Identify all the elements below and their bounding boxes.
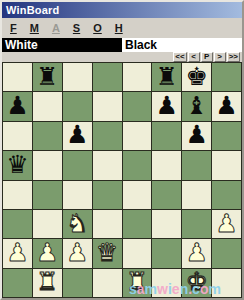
black-pawn[interactable]: ♟ bbox=[156, 93, 178, 118]
square-f3[interactable] bbox=[152, 210, 181, 238]
square-g2[interactable]: ♟ bbox=[182, 239, 211, 267]
square-e5[interactable] bbox=[123, 151, 152, 179]
square-b8[interactable]: ♜ bbox=[33, 63, 62, 91]
square-e6[interactable] bbox=[123, 122, 152, 150]
square-b3[interactable] bbox=[33, 210, 62, 238]
square-c4[interactable] bbox=[63, 181, 92, 209]
square-e8[interactable] bbox=[123, 63, 152, 91]
square-g4[interactable] bbox=[182, 181, 211, 209]
square-a8[interactable] bbox=[3, 63, 32, 91]
square-b5[interactable] bbox=[33, 151, 62, 179]
menu-step[interactable]: S bbox=[73, 22, 80, 34]
square-h8[interactable] bbox=[212, 63, 241, 91]
white-pawn[interactable]: ♟ bbox=[6, 240, 28, 265]
square-g1[interactable]: ♚ bbox=[182, 269, 211, 297]
black-rook[interactable]: ♜ bbox=[36, 64, 58, 89]
square-c2[interactable]: ♟ bbox=[63, 239, 92, 267]
black-pawn[interactable]: ♟ bbox=[215, 93, 237, 118]
square-e4[interactable] bbox=[123, 181, 152, 209]
square-b6[interactable] bbox=[33, 122, 62, 150]
square-b4[interactable] bbox=[33, 181, 62, 209]
square-d6[interactable] bbox=[93, 122, 122, 150]
square-f7[interactable]: ♟ bbox=[152, 92, 181, 120]
square-g5[interactable] bbox=[182, 151, 211, 179]
white-pawn[interactable]: ♟ bbox=[66, 240, 88, 265]
square-h2[interactable] bbox=[212, 239, 241, 267]
white-pawn[interactable]: ♟ bbox=[185, 240, 207, 265]
white-pawn[interactable]: ♟ bbox=[215, 211, 237, 236]
white-knight[interactable]: ♞ bbox=[66, 211, 88, 236]
square-d3[interactable] bbox=[93, 210, 122, 238]
square-g6[interactable]: ♟ bbox=[182, 122, 211, 150]
square-c8[interactable] bbox=[63, 63, 92, 91]
square-d7[interactable] bbox=[93, 92, 122, 120]
square-e1[interactable]: ♜ bbox=[123, 269, 152, 297]
white-clock[interactable]: White bbox=[2, 38, 122, 52]
window-title: WinBoard bbox=[6, 4, 59, 16]
menu-bar: F M A S O H bbox=[2, 18, 242, 38]
square-d2[interactable]: ♛ bbox=[93, 239, 122, 267]
black-bishop[interactable]: ♝ bbox=[185, 93, 207, 118]
chess-board: ♜♜♚♟♟♝♟♟♟♛♞♟♟♟♟♛♟♜♜♚ bbox=[2, 62, 242, 298]
square-e2[interactable] bbox=[123, 239, 152, 267]
square-h6[interactable] bbox=[212, 122, 241, 150]
white-king[interactable]: ♚ bbox=[185, 269, 207, 294]
clock-bar: White Black bbox=[2, 38, 242, 52]
square-c3[interactable]: ♞ bbox=[63, 210, 92, 238]
square-e7[interactable] bbox=[123, 92, 152, 120]
square-a5[interactable]: ♛ bbox=[3, 151, 32, 179]
square-d5[interactable] bbox=[93, 151, 122, 179]
black-pawn[interactable]: ♟ bbox=[185, 122, 207, 147]
square-c7[interactable] bbox=[63, 92, 92, 120]
pause-button[interactable]: P bbox=[201, 52, 213, 62]
square-a2[interactable]: ♟ bbox=[3, 239, 32, 267]
square-h1[interactable] bbox=[212, 269, 241, 297]
forward-to-end-button[interactable]: >> bbox=[227, 52, 240, 62]
square-e3[interactable] bbox=[123, 210, 152, 238]
black-clock[interactable]: Black bbox=[122, 38, 242, 52]
menu-action[interactable]: A bbox=[52, 22, 60, 34]
title-bar[interactable]: WinBoard bbox=[2, 2, 242, 18]
square-a6[interactable] bbox=[3, 122, 32, 150]
black-queen[interactable]: ♛ bbox=[6, 152, 28, 177]
square-h5[interactable] bbox=[212, 151, 241, 179]
square-g7[interactable]: ♝ bbox=[182, 92, 211, 120]
square-c5[interactable] bbox=[63, 151, 92, 179]
rewind-to-start-button[interactable]: << bbox=[173, 52, 186, 62]
square-f6[interactable] bbox=[152, 122, 181, 150]
square-h3[interactable]: ♟ bbox=[212, 210, 241, 238]
square-f2[interactable] bbox=[152, 239, 181, 267]
white-rook[interactable]: ♜ bbox=[126, 269, 148, 294]
square-f5[interactable] bbox=[152, 151, 181, 179]
black-king[interactable]: ♚ bbox=[185, 64, 207, 89]
menu-file[interactable]: F bbox=[10, 22, 17, 34]
square-b1[interactable]: ♜ bbox=[33, 269, 62, 297]
square-a1[interactable] bbox=[3, 269, 32, 297]
menu-help[interactable]: H bbox=[115, 22, 123, 34]
menu-options[interactable]: O bbox=[93, 22, 102, 34]
square-f8[interactable]: ♜ bbox=[152, 63, 181, 91]
square-b7[interactable] bbox=[33, 92, 62, 120]
square-c1[interactable] bbox=[63, 269, 92, 297]
square-b2[interactable]: ♟ bbox=[33, 239, 62, 267]
square-d1[interactable] bbox=[93, 269, 122, 297]
black-rook[interactable]: ♜ bbox=[156, 64, 178, 89]
square-h7[interactable]: ♟ bbox=[212, 92, 241, 120]
square-h4[interactable] bbox=[212, 181, 241, 209]
white-queen[interactable]: ♛ bbox=[96, 240, 118, 265]
square-a4[interactable] bbox=[3, 181, 32, 209]
white-rook[interactable]: ♜ bbox=[36, 269, 58, 294]
square-f4[interactable] bbox=[152, 181, 181, 209]
square-g3[interactable] bbox=[182, 210, 211, 238]
square-d8[interactable] bbox=[93, 63, 122, 91]
menu-mode[interactable]: M bbox=[30, 22, 39, 34]
square-f1[interactable] bbox=[152, 269, 181, 297]
forward-button[interactable]: > bbox=[214, 52, 226, 62]
winboard-window: WinBoard F M A S O H White Black << < P … bbox=[0, 0, 244, 300]
square-c6[interactable]: ♟ bbox=[63, 122, 92, 150]
square-g8[interactable]: ♚ bbox=[182, 63, 211, 91]
square-a3[interactable] bbox=[3, 210, 32, 238]
black-pawn[interactable]: ♟ bbox=[6, 93, 28, 118]
white-pawn[interactable]: ♟ bbox=[36, 240, 58, 265]
nav-strip: << < P > >> bbox=[2, 52, 242, 62]
back-button[interactable]: < bbox=[188, 52, 200, 62]
black-pawn[interactable]: ♟ bbox=[66, 122, 88, 147]
square-d4[interactable] bbox=[93, 181, 122, 209]
square-a7[interactable]: ♟ bbox=[3, 92, 32, 120]
